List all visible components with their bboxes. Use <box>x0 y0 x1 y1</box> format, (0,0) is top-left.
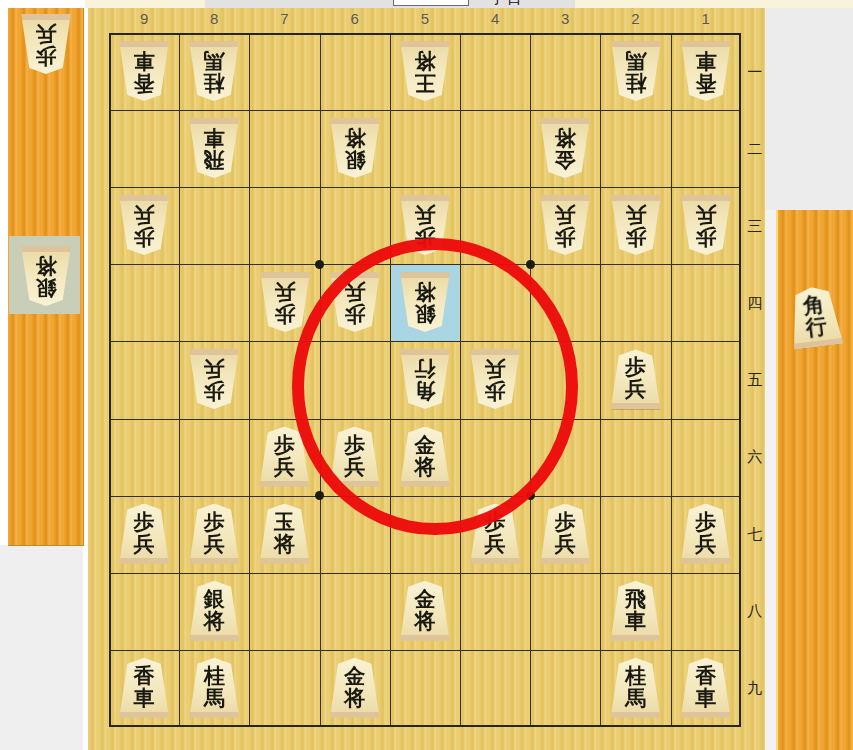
piece-kanji: 金 <box>555 149 576 171</box>
rank-label: 五 <box>743 371 767 390</box>
piece-kanji: 車 <box>134 687 155 709</box>
file-label: 2 <box>600 8 670 30</box>
file-label: 9 <box>109 8 179 30</box>
piece-kanji: 歩 <box>274 303 295 325</box>
background-lower-left <box>0 545 83 750</box>
piece-kanji: 歩 <box>555 511 576 533</box>
piece-kanji: 馬 <box>625 687 646 709</box>
file-label: 8 <box>179 8 249 30</box>
piece-kanji: 王 <box>414 72 435 94</box>
piece-kanji: 兵 <box>134 533 155 555</box>
piece-kanji: 歩 <box>204 511 225 533</box>
piece-kanji: 歩 <box>625 226 646 248</box>
piece-kanji: 兵 <box>555 204 576 226</box>
rank-label: 四 <box>743 294 767 313</box>
piece-kanji: 将 <box>35 255 56 277</box>
piece-kanji: 将 <box>344 127 365 149</box>
left-margin <box>0 0 8 545</box>
toolbar-segment <box>575 0 853 8</box>
piece-kanji: 将 <box>274 533 295 555</box>
piece-kanji: 歩 <box>695 226 716 248</box>
piece-kanji: 桂 <box>625 72 646 94</box>
file-label: 4 <box>460 8 530 30</box>
piece-kanji: 桂 <box>625 665 646 687</box>
background-right-gap <box>765 210 776 750</box>
piece-kanji: 兵 <box>274 456 295 478</box>
piece-kanji: 銀 <box>344 149 365 171</box>
piece-kanji: 香 <box>134 665 155 687</box>
file-label: 5 <box>390 8 460 30</box>
rank-label: 三 <box>743 217 767 236</box>
piece-kanji: 兵 <box>625 378 646 400</box>
piece-kanji: 馬 <box>204 50 225 72</box>
piece-kanji: 香 <box>695 665 716 687</box>
piece-kanji: 車 <box>695 50 716 72</box>
piece-kanji: 将 <box>204 610 225 632</box>
piece-kanji: 飛 <box>204 149 225 171</box>
piece-kanji: 銀 <box>204 588 225 610</box>
piece-kanji: 兵 <box>204 533 225 555</box>
piece-kanji: 飛 <box>625 588 646 610</box>
piece-kanji: 将 <box>414 610 435 632</box>
piece-kanji: 歩 <box>274 434 295 456</box>
rank-label: 七 <box>743 525 767 544</box>
piece-kanji: 歩 <box>555 226 576 248</box>
piece-kanji: 兵 <box>625 204 646 226</box>
piece-kanji: 歩 <box>625 356 646 378</box>
piece-kanji: 車 <box>204 127 225 149</box>
piece-kanji: 歩 <box>695 511 716 533</box>
piece-kanji: 香 <box>695 72 716 94</box>
piece-kanji: 行 <box>804 315 828 339</box>
piece-kanji: 兵 <box>414 204 435 226</box>
piece-kanji: 歩 <box>204 380 225 402</box>
piece-kanji: 兵 <box>274 281 295 303</box>
red-circle-annotation <box>292 238 578 535</box>
piece-kanji: 兵 <box>555 533 576 555</box>
piece-kanji: 香 <box>134 72 155 94</box>
piece-kanji: 兵 <box>695 204 716 226</box>
piece-kanji: 馬 <box>204 687 225 709</box>
piece-kanji: 桂 <box>204 665 225 687</box>
piece-kanji: 兵 <box>134 204 155 226</box>
shogi-app-screen: 手目 987654321一二三四五六七八九香車桂馬王将桂馬香車飛車銀将金将歩兵歩… <box>0 0 853 750</box>
rank-label: 一 <box>743 63 767 82</box>
piece-kanji: 車 <box>695 687 716 709</box>
background-upper-right <box>765 8 853 210</box>
piece-kanji: 歩 <box>35 45 56 67</box>
file-label: 6 <box>320 8 390 30</box>
move-number-label: 手目 <box>490 0 524 8</box>
piece-kanji: 金 <box>414 588 435 610</box>
file-label: 7 <box>249 8 319 30</box>
piece-kanji: 将 <box>344 687 365 709</box>
piece-kanji: 馬 <box>625 50 646 72</box>
rank-label: 二 <box>743 140 767 159</box>
piece-kanji: 将 <box>555 127 576 149</box>
hoshi-dot <box>526 260 535 269</box>
toolbar-segment <box>85 0 205 8</box>
piece-kanji: 車 <box>134 50 155 72</box>
toolbar-segment <box>0 0 85 8</box>
piece-kanji: 兵 <box>485 533 506 555</box>
move-number-input[interactable] <box>393 0 469 6</box>
piece-kanji: 兵 <box>204 358 225 380</box>
piece-kanji: 金 <box>344 665 365 687</box>
rank-label: 九 <box>743 679 767 698</box>
piece-kanji: 兵 <box>695 533 716 555</box>
file-label: 1 <box>671 8 741 30</box>
rank-label: 六 <box>743 448 767 467</box>
rank-label: 八 <box>743 602 767 621</box>
file-label: 3 <box>530 8 600 30</box>
piece-kanji: 車 <box>625 610 646 632</box>
piece-kanji: 兵 <box>35 23 56 45</box>
piece-kanji: 銀 <box>35 277 56 299</box>
hoshi-dot <box>315 260 324 269</box>
piece-kanji: 将 <box>414 50 435 72</box>
piece-kanji: 歩 <box>134 511 155 533</box>
piece-kanji: 歩 <box>134 226 155 248</box>
toolbar-strip: 手目 <box>0 0 853 8</box>
piece-kanji: 玉 <box>274 511 295 533</box>
piece-kanji: 桂 <box>204 72 225 94</box>
